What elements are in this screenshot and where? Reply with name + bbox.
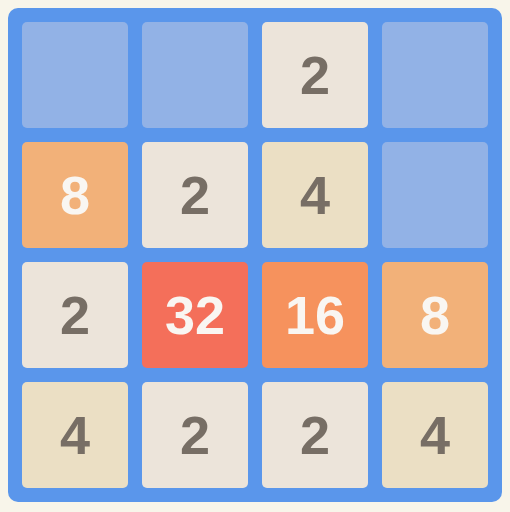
tile-2-r4c2: 2 — [142, 382, 248, 488]
page-background: { "game": "2048", "board": { "rows": 4, … — [0, 0, 510, 512]
tile-16-r3c3: 16 — [262, 262, 368, 368]
empty-cell-r1c2 — [142, 22, 248, 128]
tile-2-r3c1: 2 — [22, 262, 128, 368]
empty-cell-r1c4 — [382, 22, 488, 128]
tile-8-r2c1: 8 — [22, 142, 128, 248]
tile-32-r3c2: 32 — [142, 262, 248, 368]
tile-4-r4c1: 4 — [22, 382, 128, 488]
tile-4-r2c3: 4 — [262, 142, 368, 248]
tile-2-r2c2: 2 — [142, 142, 248, 248]
tile-2-r1c3: 2 — [262, 22, 368, 128]
tile-4-r4c4: 4 — [382, 382, 488, 488]
empty-cell-r1c1 — [22, 22, 128, 128]
tile-8-r3c4: 8 — [382, 262, 488, 368]
tile-2-r4c3: 2 — [262, 382, 368, 488]
board-2048[interactable]: 28242321684224 — [8, 8, 502, 502]
empty-cell-r2c4 — [382, 142, 488, 248]
